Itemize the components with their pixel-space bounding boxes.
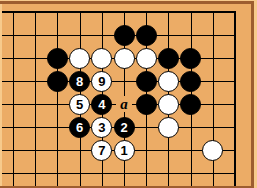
- black-stone: [47, 48, 68, 69]
- black-stone-move-6: 6: [69, 117, 90, 138]
- black-stone: [114, 25, 135, 46]
- grid-line-horizontal: [2, 173, 236, 174]
- frame-bottom-dark: [0, 186, 254, 188]
- black-stone: [180, 48, 201, 69]
- white-stone: [202, 140, 223, 161]
- point-label-a: a: [116, 96, 132, 112]
- grid-line-vertical: [57, 12, 58, 188]
- white-stone-move-5: 5: [69, 94, 90, 115]
- white-stone-move-9: 9: [91, 71, 112, 92]
- frame-left-light: [0, 4, 2, 188]
- board-edge-line-right: [234, 12, 236, 188]
- black-stone-move-4: 4: [91, 94, 112, 115]
- black-stone: [47, 71, 68, 92]
- black-stone: [136, 94, 157, 115]
- grid-line-vertical: [35, 12, 36, 188]
- board-edge-line-top: [2, 11, 236, 13]
- white-stone-move-1: 1: [114, 140, 135, 161]
- frame-top-dark: [0, 1, 257, 4]
- white-stone: [136, 48, 157, 69]
- white-stone: [69, 48, 90, 69]
- black-stone: [136, 25, 157, 46]
- grid-line-vertical: [13, 12, 14, 188]
- white-stone: [91, 48, 112, 69]
- black-stone: [180, 71, 201, 92]
- white-stone: [158, 94, 179, 115]
- black-stone-move-2: 2: [114, 117, 135, 138]
- black-stone-move-8: 8: [69, 71, 90, 92]
- white-stone: [158, 71, 179, 92]
- frame-right-light: [254, 0, 257, 188]
- white-stone-move-7: 7: [91, 140, 112, 161]
- grid-line-vertical: [213, 12, 214, 188]
- white-stone: [158, 117, 179, 138]
- black-stone: [180, 94, 201, 115]
- black-stone: [158, 48, 179, 69]
- black-stone: [136, 71, 157, 92]
- white-stone-move-3: 3: [91, 117, 112, 138]
- go-diagram: a895463271: [0, 0, 257, 188]
- white-stone: [114, 48, 135, 69]
